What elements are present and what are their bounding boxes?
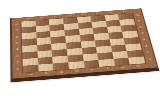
rank-label-1: 1 — [144, 56, 156, 64]
square-e1[interactable] — [83, 60, 99, 68]
square-d1[interactable] — [68, 61, 84, 69]
rank-label-1: 1 — [12, 66, 23, 74]
square-b1[interactable] — [38, 63, 54, 71]
square-a1[interactable] — [23, 65, 39, 73]
square-c1[interactable] — [53, 62, 69, 70]
board-photo: abcdefgh abcdefgh 87654321 87654321 — [0, 0, 160, 99]
square-g1[interactable] — [113, 58, 130, 66]
square-h1[interactable] — [129, 56, 146, 64]
board-grid — [21, 13, 145, 73]
square-f1[interactable] — [98, 59, 115, 67]
chess-board: abcdefgh abcdefgh 87654321 87654321 — [10, 8, 159, 82]
